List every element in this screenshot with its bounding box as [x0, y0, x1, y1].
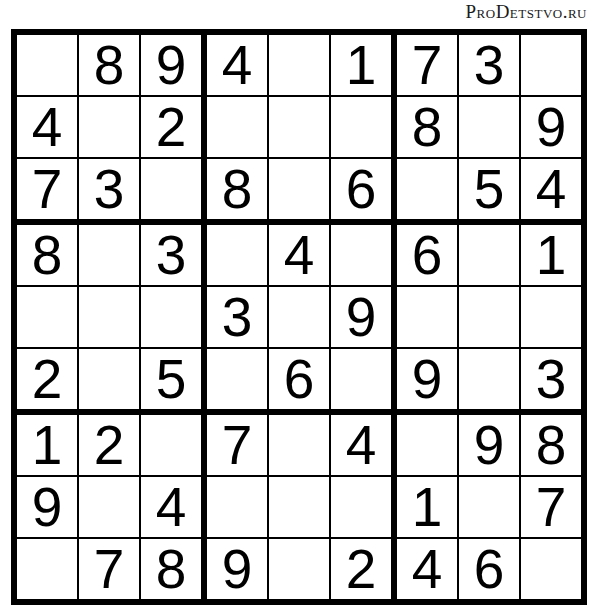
cell-r2c2	[79, 97, 139, 157]
cell-r4c8	[459, 225, 519, 285]
watermark-prodetstvo: ProDetstvo.ru	[466, 1, 588, 24]
cell-r7c5	[269, 415, 329, 475]
cell-r2c9: 9	[521, 97, 581, 157]
cell-r5c7	[397, 287, 457, 347]
cell-r9c6: 2	[331, 539, 391, 599]
cell-r5c6: 9	[331, 287, 391, 347]
cell-r2c4	[207, 97, 267, 157]
cell-r9c9	[521, 539, 581, 599]
cell-r7c2: 2	[79, 415, 139, 475]
cell-r9c4: 9	[207, 539, 267, 599]
cell-r5c1	[17, 287, 77, 347]
cell-r6c6	[331, 349, 391, 409]
cell-r5c9	[521, 287, 581, 347]
cell-r1c7: 7	[397, 35, 457, 95]
cell-r7c1: 1	[17, 415, 77, 475]
cell-r7c6: 4	[331, 415, 391, 475]
cell-r8c4	[207, 477, 267, 537]
cell-r3c9: 4	[521, 159, 581, 219]
cell-r5c8	[459, 287, 519, 347]
cell-r3c6: 6	[331, 159, 391, 219]
cell-r1c9	[521, 35, 581, 95]
cell-r4c6	[331, 225, 391, 285]
cell-r8c8	[459, 477, 519, 537]
cell-r8c2	[79, 477, 139, 537]
cell-r3c4: 8	[207, 159, 267, 219]
cell-r3c7	[397, 159, 457, 219]
cell-r2c8	[459, 97, 519, 157]
cell-r4c7: 6	[397, 225, 457, 285]
cell-r8c7: 1	[397, 477, 457, 537]
cell-r2c7: 8	[397, 97, 457, 157]
cell-r6c8	[459, 349, 519, 409]
cell-r4c2	[79, 225, 139, 285]
cell-r4c1: 8	[17, 225, 77, 285]
cell-r8c3: 4	[141, 477, 201, 537]
cell-r7c4: 7	[207, 415, 267, 475]
cell-r9c2: 7	[79, 539, 139, 599]
cell-r1c4: 4	[207, 35, 267, 95]
cell-r6c4	[207, 349, 267, 409]
cell-r7c8: 9	[459, 415, 519, 475]
cell-r9c5	[269, 539, 329, 599]
cell-r6c1: 2	[17, 349, 77, 409]
cell-r2c1: 4	[17, 97, 77, 157]
cell-r3c3	[141, 159, 201, 219]
cell-r2c3: 2	[141, 97, 201, 157]
cell-r8c5	[269, 477, 329, 537]
cell-r6c2	[79, 349, 139, 409]
cell-r7c9: 8	[521, 415, 581, 475]
cell-r1c2: 8	[79, 35, 139, 95]
cell-r6c9: 3	[521, 349, 581, 409]
cell-r5c5	[269, 287, 329, 347]
cell-r6c5: 6	[269, 349, 329, 409]
cell-r3c8: 5	[459, 159, 519, 219]
cell-r6c7: 9	[397, 349, 457, 409]
cell-r8c9: 7	[521, 477, 581, 537]
cell-r2c6	[331, 97, 391, 157]
cell-r8c1: 9	[17, 477, 77, 537]
cell-r1c8: 3	[459, 35, 519, 95]
cell-r9c8: 6	[459, 539, 519, 599]
cell-r3c1: 7	[17, 159, 77, 219]
cell-r1c3: 9	[141, 35, 201, 95]
sudoku-grid: 8941734289738654834613925693127498941778…	[11, 29, 587, 605]
cell-r1c6: 1	[331, 35, 391, 95]
cell-r7c3	[141, 415, 201, 475]
cell-r9c7: 4	[397, 539, 457, 599]
cell-r8c6	[331, 477, 391, 537]
cell-r4c3: 3	[141, 225, 201, 285]
cell-r5c3	[141, 287, 201, 347]
cell-r3c2: 3	[79, 159, 139, 219]
cell-r1c5	[269, 35, 329, 95]
cell-r4c4	[207, 225, 267, 285]
cell-r4c9: 1	[521, 225, 581, 285]
cell-r3c5	[269, 159, 329, 219]
cell-r2c5	[269, 97, 329, 157]
cell-r7c7	[397, 415, 457, 475]
cell-r5c4: 3	[207, 287, 267, 347]
cell-r9c3: 8	[141, 539, 201, 599]
cell-r9c1	[17, 539, 77, 599]
cell-r6c3: 5	[141, 349, 201, 409]
cell-r5c2	[79, 287, 139, 347]
cell-r1c1	[17, 35, 77, 95]
cell-r4c5: 4	[269, 225, 329, 285]
